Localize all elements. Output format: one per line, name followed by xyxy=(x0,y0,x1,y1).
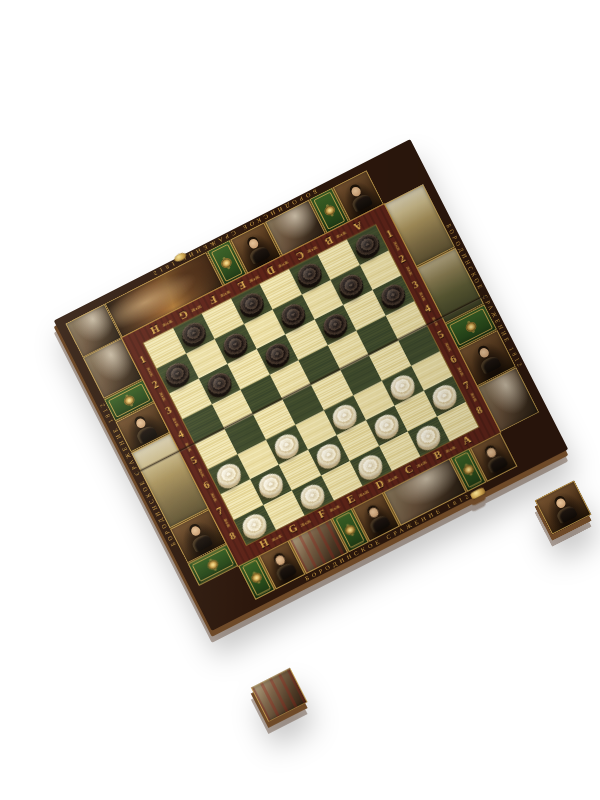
coord-label: B xyxy=(323,235,334,247)
border-corner-bottom-right xyxy=(535,480,592,534)
coord-label: 5 xyxy=(189,455,198,466)
board-shadow-wrap: БОРОДИНСКОЕ СРАЖЕНИЕ 1812 БОРОДИНСКОЕ СР… xyxy=(111,185,511,585)
coord-label: 1 xyxy=(385,228,394,239)
coord-label: G xyxy=(287,523,299,535)
coord-label: C xyxy=(403,464,414,476)
coord-label: 6 xyxy=(202,480,211,491)
coord-label: 1 xyxy=(138,354,147,365)
coord-label: D xyxy=(374,479,385,491)
coord-label: 3 xyxy=(164,405,173,416)
coord-label: 4 xyxy=(177,430,186,441)
coord-label: A xyxy=(461,435,472,447)
coord-label: 7 xyxy=(215,505,224,516)
photo-canvas: БОРОДИНСКОЕ СРАЖЕНИЕ 1812 БОРОДИНСКОЕ СР… xyxy=(0,0,600,800)
coord-label: G xyxy=(178,308,190,320)
coord-label: 4 xyxy=(423,304,432,315)
coord-label: 3 xyxy=(411,279,420,290)
border-corner-bottom-left xyxy=(251,668,308,722)
coord-label: 8 xyxy=(475,405,484,416)
checkers-board: БОРОДИНСКОЕ СРАЖЕНИЕ 1812 БОРОДИНСКОЕ СР… xyxy=(54,139,568,631)
coord-label: B xyxy=(433,450,444,462)
coord-label: A xyxy=(352,220,363,232)
coord-label: 2 xyxy=(398,254,407,265)
coord-label: C xyxy=(294,249,305,261)
coord-label: E xyxy=(236,279,247,291)
coord-label: H xyxy=(149,323,161,335)
coord-label: 2 xyxy=(151,379,160,390)
coord-label: 6 xyxy=(449,354,458,365)
coord-label: 5 xyxy=(436,329,445,340)
coord-label: 8 xyxy=(228,531,237,542)
coord-label: D xyxy=(265,264,276,276)
coord-label: F xyxy=(208,294,218,306)
coord-label: E xyxy=(346,494,357,506)
coord-label: F xyxy=(317,509,327,521)
coord-label: 7 xyxy=(462,380,471,391)
coord-label: H xyxy=(258,538,270,550)
